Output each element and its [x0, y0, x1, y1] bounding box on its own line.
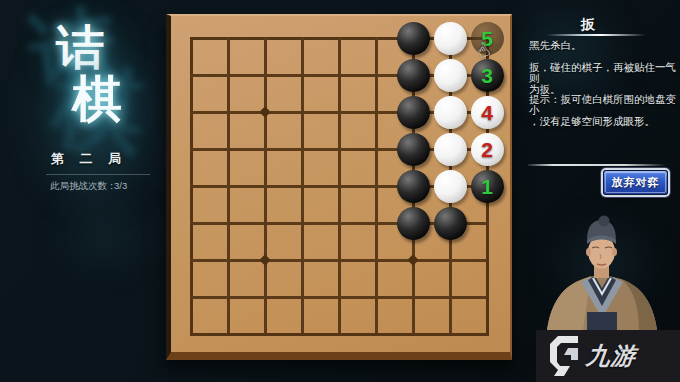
grid-line-horizontal: [190, 259, 489, 262]
star-point: [259, 254, 270, 265]
puzzle-objective: 黑先杀白。: [529, 39, 679, 53]
goban-board[interactable]: 12345: [166, 14, 512, 360]
black-stone: [397, 207, 430, 240]
star-point: [259, 106, 270, 117]
watermark-banner: 九游: [536, 330, 680, 382]
black-stone: [397, 96, 430, 129]
left-panel-divider: [46, 174, 150, 175]
game-title-char-bottom: 棋: [72, 66, 122, 133]
grid-line-horizontal: [190, 296, 489, 299]
move-number-3: 3: [471, 59, 504, 92]
attempts-label: 此局挑战次数：: [50, 180, 117, 191]
star-point: [407, 254, 418, 265]
title-divider: [546, 34, 646, 36]
puzzle-description: 扳，碰住的棋子，再被贴住一气则 为扳。 提示：扳可使白棋所围的地盘变小 ，没有足…: [529, 62, 680, 127]
move-number-4: 4: [471, 96, 504, 129]
grid-line-vertical: [375, 37, 378, 336]
jiuyou-logo-icon: [548, 336, 582, 376]
round-label: 第 二 局: [30, 150, 148, 168]
white-stone: [434, 133, 467, 166]
move-number-1: 1: [471, 170, 504, 203]
resign-button[interactable]: 放弃对弈: [603, 170, 668, 195]
white-stone: [434, 170, 467, 203]
white-stone: [434, 59, 467, 92]
black-stone: [434, 207, 467, 240]
move-number-2: 2: [471, 133, 504, 166]
game-screen: 诘 棋 诘 棋 第 二 局 此局挑战次数： 3/3 12345 ☝ 扳 黑先杀白…: [0, 0, 680, 382]
watermark-text: 九游: [584, 340, 637, 372]
black-stone: [397, 59, 430, 92]
white-stone: [434, 96, 467, 129]
attempts-value: 3/3: [114, 180, 127, 191]
black-stone: [397, 22, 430, 55]
attempts-row: 此局挑战次数： 3/3: [50, 180, 180, 193]
right-panel-divider: [528, 164, 666, 166]
goban-grid[interactable]: 12345: [171, 16, 510, 352]
black-stone: [397, 133, 430, 166]
tutor-portrait: [543, 214, 680, 330]
grid-line-horizontal: [190, 333, 489, 336]
white-stone: [434, 22, 467, 55]
puzzle-title: 扳: [520, 16, 656, 34]
black-stone: [397, 170, 430, 203]
